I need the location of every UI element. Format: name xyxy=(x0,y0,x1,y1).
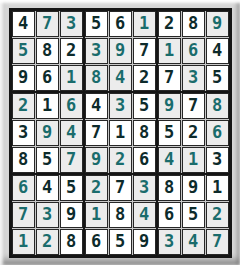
cell-r5c9[interactable]: 6 xyxy=(206,120,229,146)
cell-r7c7[interactable]: 8 xyxy=(158,175,181,201)
cell-r8c5[interactable]: 8 xyxy=(109,202,132,228)
cell-r2c4[interactable]: 3 xyxy=(85,38,108,64)
cell-r1c3[interactable]: 3 xyxy=(60,11,83,37)
sudoku-box-8: 891652347 xyxy=(158,175,229,255)
sudoku-box-5: 978526413 xyxy=(158,93,229,173)
cell-r3c3[interactable]: 1 xyxy=(60,65,83,91)
cell-r9c8[interactable]: 4 xyxy=(182,229,205,255)
sudoku-board: 4735829615613978422891647352163948574357… xyxy=(9,8,232,258)
cell-r7c3[interactable]: 5 xyxy=(60,175,83,201)
cell-r2c9[interactable]: 4 xyxy=(206,38,229,64)
cell-r5c8[interactable]: 2 xyxy=(182,120,205,146)
cell-r7c2[interactable]: 4 xyxy=(36,175,59,201)
cell-r7c4[interactable]: 2 xyxy=(85,175,108,201)
cell-r8c4[interactable]: 1 xyxy=(85,202,108,228)
cell-r9c3[interactable]: 8 xyxy=(60,229,83,255)
cell-r5c4[interactable]: 7 xyxy=(85,120,108,146)
cell-r6c7[interactable]: 4 xyxy=(158,147,181,173)
cell-r1c9[interactable]: 9 xyxy=(206,11,229,37)
cell-r8c1[interactable]: 7 xyxy=(12,202,35,228)
cell-r8c8[interactable]: 5 xyxy=(182,202,205,228)
cell-r3c7[interactable]: 7 xyxy=(158,65,181,91)
cell-r9c7[interactable]: 3 xyxy=(158,229,181,255)
cell-r4c3[interactable]: 6 xyxy=(60,93,83,119)
cell-r8c6[interactable]: 4 xyxy=(133,202,156,228)
cell-r5c6[interactable]: 8 xyxy=(133,120,156,146)
sudoku-box-1: 561397842 xyxy=(85,11,156,91)
cell-r3c2[interactable]: 6 xyxy=(36,65,59,91)
cell-r3c5[interactable]: 4 xyxy=(109,65,132,91)
cell-r1c8[interactable]: 8 xyxy=(182,11,205,37)
cell-r4c2[interactable]: 1 xyxy=(36,93,59,119)
cell-r5c2[interactable]: 9 xyxy=(36,120,59,146)
cell-r1c5[interactable]: 6 xyxy=(109,11,132,37)
cell-r6c8[interactable]: 1 xyxy=(182,147,205,173)
cell-r1c4[interactable]: 5 xyxy=(85,11,108,37)
sudoku-box-6: 645739128 xyxy=(12,175,83,255)
cell-r1c6[interactable]: 1 xyxy=(133,11,156,37)
cell-r2c3[interactable]: 2 xyxy=(60,38,83,64)
cell-r2c7[interactable]: 1 xyxy=(158,38,181,64)
cell-r8c3[interactable]: 9 xyxy=(60,202,83,228)
cell-r9c4[interactable]: 6 xyxy=(85,229,108,255)
cell-r6c1[interactable]: 8 xyxy=(12,147,35,173)
cell-r4c9[interactable]: 8 xyxy=(206,93,229,119)
cell-r4c7[interactable]: 9 xyxy=(158,93,181,119)
cell-r6c5[interactable]: 2 xyxy=(109,147,132,173)
cell-r3c9[interactable]: 5 xyxy=(206,65,229,91)
cell-r7c6[interactable]: 3 xyxy=(133,175,156,201)
cell-r7c9[interactable]: 1 xyxy=(206,175,229,201)
cell-r3c8[interactable]: 3 xyxy=(182,65,205,91)
cell-r6c6[interactable]: 6 xyxy=(133,147,156,173)
cell-r1c2[interactable]: 7 xyxy=(36,11,59,37)
sudoku-box-3: 216394857 xyxy=(12,93,83,173)
cell-r4c4[interactable]: 4 xyxy=(85,93,108,119)
sudoku-box-7: 273184659 xyxy=(85,175,156,255)
cell-r2c1[interactable]: 5 xyxy=(12,38,35,64)
cell-r1c1[interactable]: 4 xyxy=(12,11,35,37)
cell-r6c4[interactable]: 9 xyxy=(85,147,108,173)
cell-r2c5[interactable]: 9 xyxy=(109,38,132,64)
cell-r6c9[interactable]: 3 xyxy=(206,147,229,173)
cell-r8c7[interactable]: 6 xyxy=(158,202,181,228)
cell-r8c9[interactable]: 2 xyxy=(206,202,229,228)
sudoku-box-2: 289164735 xyxy=(158,11,229,91)
cell-r9c5[interactable]: 5 xyxy=(109,229,132,255)
page-background: 4735829615613978422891647352163948574357… xyxy=(0,0,240,265)
cell-r6c2[interactable]: 5 xyxy=(36,147,59,173)
sudoku-box-4: 435718926 xyxy=(85,93,156,173)
cell-r3c4[interactable]: 8 xyxy=(85,65,108,91)
cell-r7c5[interactable]: 7 xyxy=(109,175,132,201)
sudoku-box-0: 473582961 xyxy=(12,11,83,91)
cell-r1c7[interactable]: 2 xyxy=(158,11,181,37)
cell-r3c6[interactable]: 2 xyxy=(133,65,156,91)
cell-r2c2[interactable]: 8 xyxy=(36,38,59,64)
cell-r9c6[interactable]: 9 xyxy=(133,229,156,255)
cell-r5c3[interactable]: 4 xyxy=(60,120,83,146)
cell-r9c2[interactable]: 2 xyxy=(36,229,59,255)
cell-r2c6[interactable]: 7 xyxy=(133,38,156,64)
cell-r9c9[interactable]: 7 xyxy=(206,229,229,255)
cell-r6c3[interactable]: 7 xyxy=(60,147,83,173)
cell-r5c5[interactable]: 1 xyxy=(109,120,132,146)
cell-r3c1[interactable]: 9 xyxy=(12,65,35,91)
cell-r9c1[interactable]: 1 xyxy=(12,229,35,255)
cell-r8c2[interactable]: 3 xyxy=(36,202,59,228)
cell-r2c8[interactable]: 6 xyxy=(182,38,205,64)
cell-r7c1[interactable]: 6 xyxy=(12,175,35,201)
cell-r5c7[interactable]: 5 xyxy=(158,120,181,146)
cell-r4c8[interactable]: 7 xyxy=(182,93,205,119)
cell-r7c8[interactable]: 9 xyxy=(182,175,205,201)
cell-r4c1[interactable]: 2 xyxy=(12,93,35,119)
cell-r4c6[interactable]: 5 xyxy=(133,93,156,119)
cell-r5c1[interactable]: 3 xyxy=(12,120,35,146)
cell-r4c5[interactable]: 3 xyxy=(109,93,132,119)
